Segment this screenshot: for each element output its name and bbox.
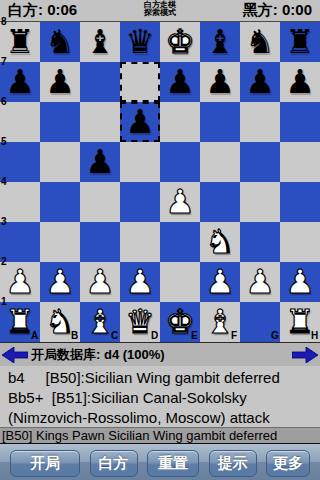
piece-black-pawn: ♟ bbox=[125, 102, 155, 142]
square-c2[interactable]: ♟ bbox=[80, 262, 120, 302]
square-h2[interactable]: ♟ bbox=[280, 262, 320, 302]
turn-status-line2: 探索模式 bbox=[0, 9, 320, 17]
opening-move-row[interactable]: Bb5+ [B51]:Sicilian Canal-Sokolsky bbox=[0, 388, 320, 408]
rank-label-8: 8 bbox=[1, 16, 7, 27]
square-h4[interactable] bbox=[280, 182, 320, 222]
square-h6[interactable] bbox=[280, 102, 320, 142]
piece-black-bishop: ♝ bbox=[85, 22, 115, 62]
square-h5[interactable] bbox=[280, 142, 320, 182]
square-b3[interactable] bbox=[40, 222, 80, 262]
bottom-toolbar: 开局 白方 重置 提示 更多 bbox=[0, 443, 320, 480]
square-c3[interactable] bbox=[80, 222, 120, 262]
square-g4[interactable] bbox=[240, 182, 280, 222]
opening-move-list: b4 [B50]:Sicilian Wing gambit deferred B… bbox=[0, 366, 320, 427]
piece-black-pawn: ♟ bbox=[245, 62, 275, 102]
previous-move-arrow-icon[interactable] bbox=[2, 347, 28, 363]
piece-white-pawn: ♟ bbox=[205, 262, 235, 302]
square-f8[interactable]: ♝ bbox=[200, 22, 240, 62]
file-label-A: A bbox=[31, 330, 38, 341]
square-c4[interactable] bbox=[80, 182, 120, 222]
square-g8[interactable]: ♞ bbox=[240, 22, 280, 62]
piece-black-rook: ♜ bbox=[285, 22, 315, 62]
piece-black-rook: ♜ bbox=[5, 22, 35, 62]
file-label-E: E bbox=[191, 330, 198, 341]
piece-black-queen: ♛ bbox=[125, 22, 155, 62]
square-d3[interactable] bbox=[120, 222, 160, 262]
piece-white-pawn: ♟ bbox=[45, 262, 75, 302]
square-h8[interactable]: ♜ bbox=[280, 22, 320, 62]
file-label-C: C bbox=[111, 330, 118, 341]
square-g2[interactable]: ♟ bbox=[240, 262, 280, 302]
file-label-D: D bbox=[151, 330, 158, 341]
opening-move-row[interactable]: b4 [B50]:Sicilian Wing gambit deferred bbox=[0, 368, 320, 388]
piece-white-knight: ♞ bbox=[205, 222, 235, 262]
square-c7[interactable] bbox=[80, 62, 120, 102]
new-game-button[interactable]: 开局 bbox=[10, 450, 80, 477]
opening-name-status-bar: [B50] Kings Pawn Sicilian Wing gambit de… bbox=[0, 427, 320, 443]
square-d6[interactable]: ♟ bbox=[120, 102, 160, 142]
more-button[interactable]: 更多 bbox=[266, 450, 310, 477]
file-label-B: B bbox=[71, 330, 78, 341]
piece-white-pawn: ♟ bbox=[125, 262, 155, 302]
rank-label-3: 3 bbox=[1, 216, 7, 227]
reset-button[interactable]: 重置 bbox=[147, 450, 199, 477]
hint-button[interactable]: 提示 bbox=[209, 450, 257, 477]
piece-white-pawn: ♟ bbox=[245, 262, 275, 302]
square-f2[interactable]: ♟ bbox=[200, 262, 240, 302]
opening-move-row[interactable]: (Nimzovich-Rossolimo, Moscow) attack bbox=[0, 408, 320, 427]
rank-label-6: 6 bbox=[1, 96, 7, 107]
square-e5[interactable] bbox=[160, 142, 200, 182]
square-g3[interactable] bbox=[240, 222, 280, 262]
rank-label-7: 7 bbox=[1, 56, 7, 67]
piece-black-bishop: ♝ bbox=[205, 22, 235, 62]
square-b8[interactable]: ♞ bbox=[40, 22, 80, 62]
piece-black-knight: ♞ bbox=[45, 22, 75, 62]
piece-white-pawn: ♟ bbox=[5, 262, 35, 302]
piece-black-pawn: ♟ bbox=[5, 62, 35, 102]
square-g6[interactable] bbox=[240, 102, 280, 142]
piece-black-pawn: ♟ bbox=[285, 62, 315, 102]
square-b2[interactable]: ♟ bbox=[40, 262, 80, 302]
square-e3[interactable] bbox=[160, 222, 200, 262]
square-e6[interactable] bbox=[160, 102, 200, 142]
piece-black-pawn: ♟ bbox=[85, 142, 115, 182]
square-h7[interactable]: ♟ bbox=[280, 62, 320, 102]
square-d5[interactable] bbox=[120, 142, 160, 182]
square-b7[interactable]: ♟ bbox=[40, 62, 80, 102]
square-d7[interactable] bbox=[120, 62, 160, 102]
square-f4[interactable] bbox=[200, 182, 240, 222]
square-f7[interactable]: ♟ bbox=[200, 62, 240, 102]
square-d2[interactable]: ♟ bbox=[120, 262, 160, 302]
square-f6[interactable] bbox=[200, 102, 240, 142]
file-label-G: G bbox=[271, 330, 279, 341]
opening-database-bar: 开局数据库: d4 (100%) bbox=[0, 342, 320, 366]
next-move-arrow-icon[interactable] bbox=[292, 347, 318, 363]
side-select-button[interactable]: 白方 bbox=[90, 450, 138, 477]
square-d8[interactable]: ♛ bbox=[120, 22, 160, 62]
square-g7[interactable]: ♟ bbox=[240, 62, 280, 102]
turn-status: 白方走棋 探索模式 bbox=[0, 1, 320, 17]
rank-label-2: 2 bbox=[1, 256, 7, 267]
square-e7[interactable]: ♟ bbox=[160, 62, 200, 102]
rank-label-5: 5 bbox=[1, 136, 7, 147]
piece-white-pawn: ♟ bbox=[165, 182, 195, 222]
piece-black-king: ♚ bbox=[165, 22, 195, 62]
piece-white-pawn: ♟ bbox=[85, 262, 115, 302]
header-bar: 白方: 0:06 白方走棋 探索模式 黑方: 0:00 bbox=[0, 0, 320, 22]
square-c8[interactable]: ♝ bbox=[80, 22, 120, 62]
piece-black-pawn: ♟ bbox=[45, 62, 75, 102]
chess-board: ♜♞♝♛♚♝♞♜♟♟♟♟♟♟♟♟♟♞♟♟♟♟♟♟♟♜♞♝♛♚♝♜87654321… bbox=[0, 22, 320, 342]
piece-white-pawn: ♟ bbox=[285, 262, 315, 302]
square-e2[interactable] bbox=[160, 262, 200, 302]
square-c5[interactable]: ♟ bbox=[80, 142, 120, 182]
square-h3[interactable] bbox=[280, 222, 320, 262]
square-b6[interactable] bbox=[40, 102, 80, 142]
rank-label-1: 1 bbox=[1, 296, 7, 307]
file-label-H: H bbox=[311, 330, 318, 341]
file-label-F: F bbox=[231, 330, 237, 341]
square-b5[interactable] bbox=[40, 142, 80, 182]
piece-black-knight: ♞ bbox=[245, 22, 275, 62]
square-e4[interactable]: ♟ bbox=[160, 182, 200, 222]
square-f5[interactable] bbox=[200, 142, 240, 182]
square-d4[interactable] bbox=[120, 182, 160, 222]
square-c6[interactable] bbox=[80, 102, 120, 142]
square-b4[interactable] bbox=[40, 182, 80, 222]
opening-database-label: 开局数据库: d4 (100%) bbox=[31, 346, 292, 364]
opening-name-text: [B50] Kings Pawn Sicilian Wing gambit de… bbox=[2, 428, 277, 443]
square-g5[interactable] bbox=[240, 142, 280, 182]
piece-black-pawn: ♟ bbox=[165, 62, 195, 102]
piece-black-pawn: ♟ bbox=[205, 62, 235, 102]
square-f3[interactable]: ♞ bbox=[200, 222, 240, 262]
square-e8[interactable]: ♚ bbox=[160, 22, 200, 62]
rank-label-4: 4 bbox=[1, 176, 7, 187]
